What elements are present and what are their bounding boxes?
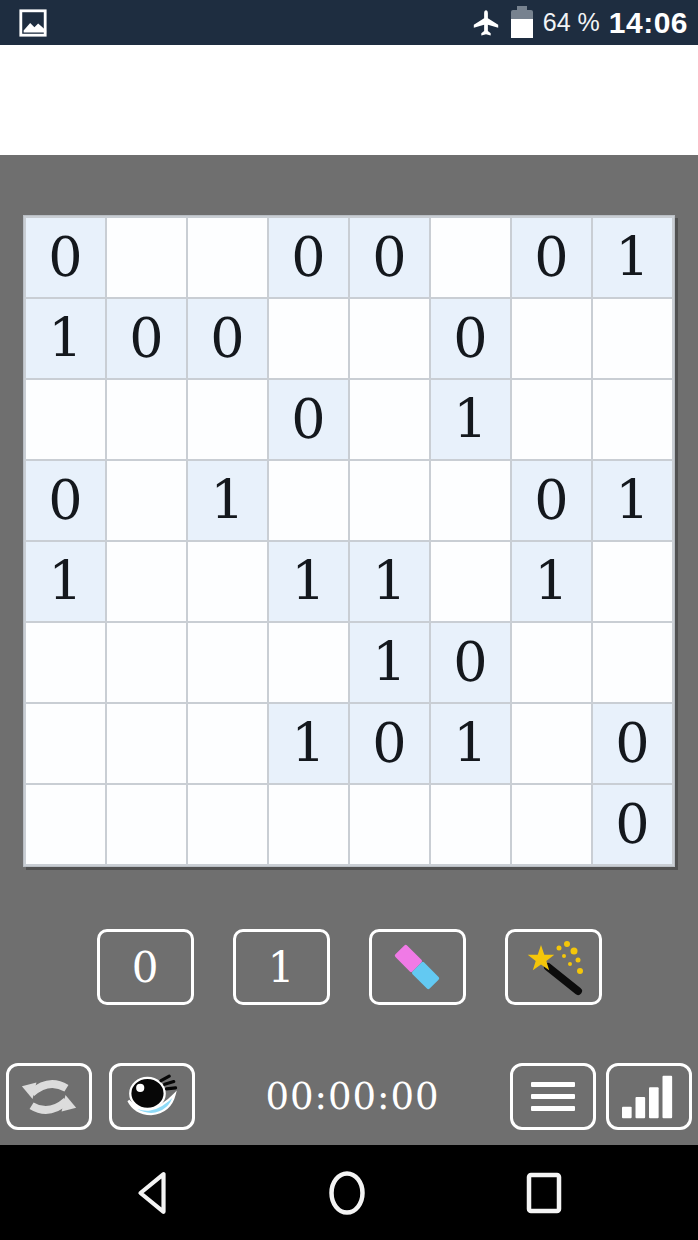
cell-r1c3[interactable] [188, 218, 267, 297]
cell-r4c1[interactable]: 0 [26, 461, 105, 540]
cell-r2c4[interactable] [269, 299, 348, 378]
cell-r1c7[interactable]: 0 [512, 218, 591, 297]
cell-r4c6[interactable] [431, 461, 510, 540]
cell-r8c7[interactable] [512, 785, 591, 864]
cell-r5c6[interactable] [431, 542, 510, 621]
cell-r3c2[interactable] [107, 380, 186, 459]
input-buttons-row: 0 1 [97, 929, 602, 1005]
eraser-button[interactable] [369, 929, 466, 1005]
nav-back-button[interactable] [135, 1171, 169, 1215]
cell-r8c2[interactable] [107, 785, 186, 864]
cell-r5c2[interactable] [107, 542, 186, 621]
cell-r7c5[interactable]: 0 [350, 704, 429, 783]
cell-r5c4[interactable]: 1 [269, 542, 348, 621]
circle-icon [327, 1169, 367, 1217]
restart-button[interactable] [6, 1063, 92, 1130]
cell-r3c7[interactable] [512, 380, 591, 459]
square-icon [525, 1171, 563, 1215]
eye-icon [123, 1074, 181, 1120]
magic-wand-icon [521, 938, 585, 996]
cell-r3c8[interactable] [593, 380, 672, 459]
cell-r1c8[interactable]: 1 [593, 218, 672, 297]
cell-r2c3[interactable]: 0 [188, 299, 267, 378]
menu-button[interactable] [510, 1063, 596, 1130]
cell-r2c1[interactable]: 1 [26, 299, 105, 378]
cell-r1c5[interactable]: 0 [350, 218, 429, 297]
cell-r5c5[interactable]: 1 [350, 542, 429, 621]
battery-percent: 64 % [543, 8, 600, 37]
cell-r8c1[interactable] [26, 785, 105, 864]
cell-r4c4[interactable] [269, 461, 348, 540]
cell-r4c7[interactable]: 0 [512, 461, 591, 540]
cell-r1c1[interactable]: 0 [26, 218, 105, 297]
stats-button[interactable] [606, 1063, 692, 1130]
cell-r8c6[interactable] [431, 785, 510, 864]
cell-r2c5[interactable] [350, 299, 429, 378]
cell-r2c2[interactable]: 0 [107, 299, 186, 378]
cell-r6c1[interactable] [26, 623, 105, 702]
cell-r2c8[interactable] [593, 299, 672, 378]
cell-r6c3[interactable] [188, 623, 267, 702]
cell-r3c6[interactable]: 1 [431, 380, 510, 459]
cell-r6c8[interactable] [593, 623, 672, 702]
status-clock: 14:06 [609, 6, 688, 40]
cell-r3c3[interactable] [188, 380, 267, 459]
cell-r7c6[interactable]: 1 [431, 704, 510, 783]
cell-r3c4[interactable]: 0 [269, 380, 348, 459]
game-area: 00001100001010111111010100 0 1 [0, 155, 698, 1145]
bottom-toolbar: 00:00:00 [0, 1063, 698, 1130]
timer: 00:00:00 [195, 1075, 510, 1118]
cell-r7c2[interactable] [107, 704, 186, 783]
cell-r1c6[interactable] [431, 218, 510, 297]
digit-0-button[interactable]: 0 [97, 929, 194, 1005]
nav-home-button[interactable] [327, 1169, 367, 1217]
eraser-icon [386, 936, 448, 998]
cell-r7c3[interactable] [188, 704, 267, 783]
android-nav-bar [0, 1145, 698, 1240]
magic-wand-button[interactable] [505, 929, 602, 1005]
airplane-mode-icon [471, 8, 501, 38]
screenshot-image-icon [18, 8, 48, 38]
board: 00001100001010111111010100 [23, 215, 675, 867]
cell-r3c5[interactable] [350, 380, 429, 459]
cell-r3c1[interactable] [26, 380, 105, 459]
bar-chart-icon [622, 1073, 676, 1121]
cell-r7c4[interactable]: 1 [269, 704, 348, 783]
battery-icon [510, 6, 534, 39]
cell-r5c3[interactable] [188, 542, 267, 621]
refresh-arrows-icon [18, 1072, 80, 1122]
cell-r8c5[interactable] [350, 785, 429, 864]
cell-r4c3[interactable]: 1 [188, 461, 267, 540]
digit-1-button[interactable]: 1 [233, 929, 330, 1005]
cell-r6c4[interactable] [269, 623, 348, 702]
cell-r4c5[interactable] [350, 461, 429, 540]
nav-recents-button[interactable] [525, 1171, 563, 1215]
cell-r1c2[interactable] [107, 218, 186, 297]
cell-r7c8[interactable]: 0 [593, 704, 672, 783]
app-screen: 64 % 14:06 00001100001010111111010100 0 … [0, 0, 698, 1240]
hamburger-menu-icon [531, 1082, 575, 1111]
status-bar: 64 % 14:06 [0, 0, 698, 45]
ad-banner-area [0, 45, 698, 155]
cell-r7c7[interactable] [512, 704, 591, 783]
cell-r6c7[interactable] [512, 623, 591, 702]
cell-r6c6[interactable]: 0 [431, 623, 510, 702]
cell-r5c1[interactable]: 1 [26, 542, 105, 621]
cell-r6c5[interactable]: 1 [350, 623, 429, 702]
cell-r6c2[interactable] [107, 623, 186, 702]
cell-r8c8[interactable]: 0 [593, 785, 672, 864]
cell-r2c7[interactable] [512, 299, 591, 378]
cell-r4c8[interactable]: 1 [593, 461, 672, 540]
cell-r8c4[interactable] [269, 785, 348, 864]
cell-r8c3[interactable] [188, 785, 267, 864]
cell-r5c8[interactable] [593, 542, 672, 621]
cell-r7c1[interactable] [26, 704, 105, 783]
cell-r1c4[interactable]: 0 [269, 218, 348, 297]
cell-r4c2[interactable] [107, 461, 186, 540]
cell-r5c7[interactable]: 1 [512, 542, 591, 621]
peek-button[interactable] [109, 1063, 195, 1130]
cell-r2c6[interactable]: 0 [431, 299, 510, 378]
triangle-left-icon [135, 1171, 169, 1215]
